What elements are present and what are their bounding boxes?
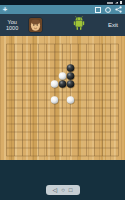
record-icon[interactable] [105, 7, 111, 13]
opponent-info [72, 16, 86, 35]
signal-icon [115, 2, 118, 4]
share-icon[interactable] [115, 6, 122, 13]
battery-icon [120, 1, 122, 4]
app-bar: You 1000 [0, 14, 125, 36]
overlay-toolbar: + [0, 5, 125, 14]
player-info: You 1000 [6, 19, 18, 31]
nav-pill: ◁ ○ □ [46, 185, 80, 195]
plus-icon[interactable]: + [3, 6, 7, 13]
game-board[interactable] [0, 36, 125, 160]
clock-icon [107, 2, 113, 4]
exit-button[interactable]: Exit [108, 22, 118, 28]
board-grid-svg [0, 36, 125, 160]
monkey-face-icon [29, 18, 42, 32]
player-avatar [29, 18, 42, 32]
nav-home-icon[interactable]: ○ [61, 187, 65, 193]
window-icon[interactable] [95, 7, 101, 13]
phone-screen: + You 1000 [0, 0, 125, 200]
nav-recents-icon[interactable]: □ [69, 187, 73, 193]
bottom-bar: ◁ ○ □ [0, 160, 125, 200]
android-robot-icon [72, 16, 86, 31]
nav-back-icon[interactable]: ◁ [53, 187, 58, 193]
player-rating: 1000 [6, 25, 18, 31]
